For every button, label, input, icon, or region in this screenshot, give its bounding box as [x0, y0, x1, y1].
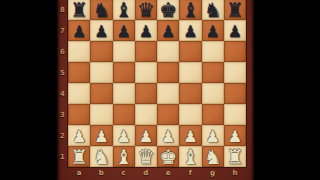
square-b5[interactable] — [90, 62, 112, 83]
square-d7[interactable]: ♟ — [135, 20, 157, 41]
piece-black-pawn: ♟ — [116, 21, 130, 42]
piece-black-knight: ♞ — [204, 0, 222, 21]
square-f3[interactable] — [179, 104, 201, 125]
square-h7[interactable]: ♟ — [224, 20, 246, 41]
square-f6[interactable] — [179, 41, 201, 62]
rank-label: 1 — [57, 146, 68, 167]
square-b1[interactable]: ♞ — [90, 146, 112, 167]
square-h2[interactable]: ♟ — [224, 125, 246, 146]
square-h5[interactable] — [224, 62, 246, 83]
piece-black-bishop: ♝ — [181, 0, 199, 21]
square-e8[interactable]: ♚ — [157, 0, 179, 20]
square-d1[interactable]: ♛ — [135, 146, 157, 167]
square-e1[interactable]: ♚ — [157, 146, 179, 167]
rank-label: 5 — [57, 62, 68, 83]
square-b8[interactable]: ♞ — [90, 0, 112, 20]
piece-black-rook: ♜ — [70, 0, 88, 21]
square-f8[interactable]: ♝ — [179, 0, 201, 20]
square-f7[interactable]: ♟ — [179, 20, 201, 41]
square-a7[interactable]: ♟ — [68, 20, 90, 41]
square-f5[interactable] — [179, 62, 201, 83]
piece-white-pawn: ♟ — [183, 126, 197, 147]
square-b6[interactable] — [90, 41, 112, 62]
square-b2[interactable]: ♟ — [90, 125, 112, 146]
square-c2[interactable]: ♟ — [113, 125, 135, 146]
square-f1[interactable]: ♝ — [179, 146, 201, 167]
square-c3[interactable] — [113, 104, 135, 125]
piece-white-queen: ♛ — [137, 147, 155, 168]
piece-white-pawn: ♟ — [94, 126, 108, 147]
square-h1[interactable]: ♜ — [224, 146, 246, 167]
piece-black-pawn: ♟ — [139, 21, 153, 42]
square-h3[interactable] — [224, 104, 246, 125]
square-h8[interactable]: ♜ — [224, 0, 246, 20]
square-c1[interactable]: ♝ — [113, 146, 135, 167]
piece-white-pawn: ♟ — [205, 126, 219, 147]
piece-white-pawn: ♟ — [161, 126, 175, 147]
square-c5[interactable] — [113, 62, 135, 83]
piece-black-king: ♚ — [159, 0, 177, 21]
piece-white-knight: ♞ — [204, 147, 222, 168]
square-a3[interactable] — [68, 104, 90, 125]
square-d8[interactable]: ♛ — [135, 0, 157, 20]
piece-white-pawn: ♟ — [228, 126, 242, 147]
square-b3[interactable] — [90, 104, 112, 125]
square-a4[interactable] — [68, 83, 90, 104]
square-h4[interactable] — [224, 83, 246, 104]
piece-black-pawn: ♟ — [205, 21, 219, 42]
square-e6[interactable] — [157, 41, 179, 62]
square-a8[interactable]: ♜ — [68, 0, 90, 20]
square-d2[interactable]: ♟ — [135, 125, 157, 146]
square-e2[interactable]: ♟ — [157, 125, 179, 146]
file-label: c — [113, 167, 135, 179]
file-label: e — [157, 167, 179, 179]
rank-label: 2 — [57, 125, 68, 146]
file-label: g — [202, 167, 224, 179]
file-label: f — [179, 167, 201, 179]
piece-black-pawn: ♟ — [228, 21, 242, 42]
piece-black-queen: ♛ — [137, 0, 155, 21]
piece-white-knight: ♞ — [92, 147, 110, 168]
square-a5[interactable] — [68, 62, 90, 83]
square-g8[interactable]: ♞ — [202, 0, 224, 20]
square-d6[interactable] — [135, 41, 157, 62]
rank-label: 4 — [57, 83, 68, 104]
square-g3[interactable] — [202, 104, 224, 125]
piece-white-pawn: ♟ — [116, 126, 130, 147]
square-g7[interactable]: ♟ — [202, 20, 224, 41]
square-d5[interactable] — [135, 62, 157, 83]
square-c4[interactable] — [113, 83, 135, 104]
piece-white-bishop: ♝ — [115, 147, 133, 168]
rank-label: 6 — [57, 41, 68, 62]
square-a6[interactable] — [68, 41, 90, 62]
square-d3[interactable] — [135, 104, 157, 125]
square-g6[interactable] — [202, 41, 224, 62]
file-label: h — [224, 167, 246, 179]
square-e3[interactable] — [157, 104, 179, 125]
square-f2[interactable]: ♟ — [179, 125, 201, 146]
square-a1[interactable]: ♜ — [68, 146, 90, 167]
square-g5[interactable] — [202, 62, 224, 83]
square-a2[interactable]: ♟ — [68, 125, 90, 146]
square-g2[interactable]: ♟ — [202, 125, 224, 146]
piece-black-pawn: ♟ — [94, 21, 108, 42]
square-b4[interactable] — [90, 83, 112, 104]
piece-black-pawn: ♟ — [161, 21, 175, 42]
file-label: d — [135, 167, 157, 179]
video-frame: ♜♞♝♛♚♝♞♜♟♟♟♟♟♟♟♟♟♟♟♟♟♟♟♟♜♞♝♛♚♝♞♜ 8765432… — [0, 0, 320, 180]
piece-black-rook: ♜ — [226, 0, 244, 21]
piece-black-pawn: ♟ — [183, 21, 197, 42]
piece-black-bishop: ♝ — [115, 0, 133, 21]
square-e4[interactable] — [157, 83, 179, 104]
square-e5[interactable] — [157, 62, 179, 83]
rank-label: 7 — [57, 20, 68, 41]
rank-label: 8 — [57, 0, 68, 20]
file-label: a — [68, 167, 90, 179]
square-h6[interactable] — [224, 41, 246, 62]
piece-white-pawn: ♟ — [139, 126, 153, 147]
piece-white-king: ♚ — [159, 147, 177, 168]
piece-black-pawn: ♟ — [72, 21, 86, 42]
square-g4[interactable] — [202, 83, 224, 104]
square-e7[interactable]: ♟ — [157, 20, 179, 41]
rank-coordinates: 87654321 — [57, 0, 68, 167]
piece-black-knight: ♞ — [92, 0, 110, 21]
square-f4[interactable] — [179, 83, 201, 104]
piece-white-pawn: ♟ — [72, 126, 86, 147]
chess-board: ♜♞♝♛♚♝♞♜♟♟♟♟♟♟♟♟♟♟♟♟♟♟♟♟♜♞♝♛♚♝♞♜ — [68, 0, 246, 167]
square-c8[interactable]: ♝ — [113, 0, 135, 20]
file-coordinates: abcdefgh — [68, 167, 246, 179]
square-c7[interactable]: ♟ — [113, 20, 135, 41]
square-g1[interactable]: ♞ — [202, 146, 224, 167]
piece-white-bishop: ♝ — [181, 147, 199, 168]
square-d4[interactable] — [135, 83, 157, 104]
piece-white-rook: ♜ — [226, 147, 244, 168]
square-c6[interactable] — [113, 41, 135, 62]
piece-white-rook: ♜ — [70, 147, 88, 168]
square-b7[interactable]: ♟ — [90, 20, 112, 41]
rank-label: 3 — [57, 104, 68, 125]
file-label: b — [90, 167, 112, 179]
